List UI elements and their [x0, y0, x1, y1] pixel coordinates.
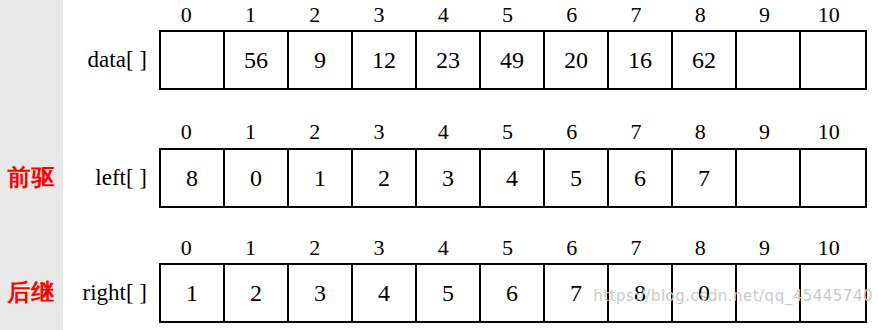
index-label: 10 — [797, 1, 861, 28]
array-label-left: left[ ] — [0, 148, 147, 208]
index-label: 5 — [475, 234, 539, 261]
index-label: 3 — [347, 1, 411, 28]
array-cell: 2 — [225, 265, 289, 321]
array-cell: 6 — [481, 265, 545, 321]
array-cell: 5 — [545, 150, 609, 206]
array-data: 56 9 12 23 49 20 16 62 — [159, 30, 867, 90]
index-label: 2 — [283, 234, 347, 261]
array-cell: 20 — [545, 32, 609, 88]
array-cell: 56 — [225, 32, 289, 88]
array-left: 8 0 1 2 3 4 5 6 7 — [159, 148, 867, 208]
index-label: 2 — [283, 1, 347, 28]
array-label-right: right[ ] — [0, 263, 147, 323]
array-cell: 0 — [225, 150, 289, 206]
index-label: 7 — [604, 1, 668, 28]
index-label: 1 — [218, 234, 282, 261]
index-label: 6 — [540, 234, 604, 261]
csdn-watermark-url: https://blog.csdn.net/qq_45445740 — [593, 287, 873, 305]
array-cell: 5 — [417, 265, 481, 321]
array-cell: 49 — [481, 32, 545, 88]
array-cell: 23 — [417, 32, 481, 88]
index-label: 6 — [540, 1, 604, 28]
index-label: 9 — [732, 1, 796, 28]
index-label: 4 — [411, 118, 475, 145]
array-cell: 8 — [161, 150, 225, 206]
array-cell: 6 — [609, 150, 673, 206]
index-label: 6 — [540, 118, 604, 145]
index-label: 9 — [732, 234, 796, 261]
index-label: 1 — [218, 118, 282, 145]
array-cell: 1 — [289, 150, 353, 206]
index-row-data: 0 1 2 3 4 5 6 7 8 9 10 — [154, 1, 861, 28]
index-label: 4 — [411, 234, 475, 261]
array-cell — [161, 32, 225, 88]
array-cell — [737, 32, 801, 88]
index-label: 3 — [347, 234, 411, 261]
array-cell: 4 — [481, 150, 545, 206]
array-cell: 3 — [289, 265, 353, 321]
index-label: 7 — [604, 234, 668, 261]
index-label: 5 — [475, 118, 539, 145]
index-label: 2 — [283, 118, 347, 145]
index-label: 8 — [668, 118, 732, 145]
array-cell: 16 — [609, 32, 673, 88]
array-cell: 3 — [417, 150, 481, 206]
array-cell: 62 — [673, 32, 737, 88]
index-label: 0 — [154, 234, 218, 261]
array-cell: 7 — [673, 150, 737, 206]
static-linked-list-diagram: data[ ] 0 1 2 3 4 5 6 7 8 9 10 56 9 12 2… — [0, 0, 878, 330]
index-label: 1 — [218, 1, 282, 28]
index-label: 10 — [797, 234, 861, 261]
index-label: 8 — [668, 1, 732, 28]
index-label: 7 — [604, 118, 668, 145]
index-label: 3 — [347, 118, 411, 145]
index-label: 0 — [154, 118, 218, 145]
index-row-left: 0 1 2 3 4 5 6 7 8 9 10 — [154, 118, 861, 145]
index-label: 0 — [154, 1, 218, 28]
index-label: 8 — [668, 234, 732, 261]
array-cell: 12 — [353, 32, 417, 88]
array-cell — [737, 150, 801, 206]
array-cell — [801, 32, 865, 88]
index-label: 4 — [411, 1, 475, 28]
array-cell: 1 — [161, 265, 225, 321]
array-cell: 4 — [353, 265, 417, 321]
array-label-data: data[ ] — [0, 30, 147, 90]
index-row-right: 0 1 2 3 4 5 6 7 8 9 10 — [154, 234, 861, 261]
array-cell: 9 — [289, 32, 353, 88]
index-label: 5 — [475, 1, 539, 28]
index-label: 10 — [797, 118, 861, 145]
index-label: 9 — [732, 118, 796, 145]
array-cell: 2 — [353, 150, 417, 206]
array-cell — [801, 150, 865, 206]
